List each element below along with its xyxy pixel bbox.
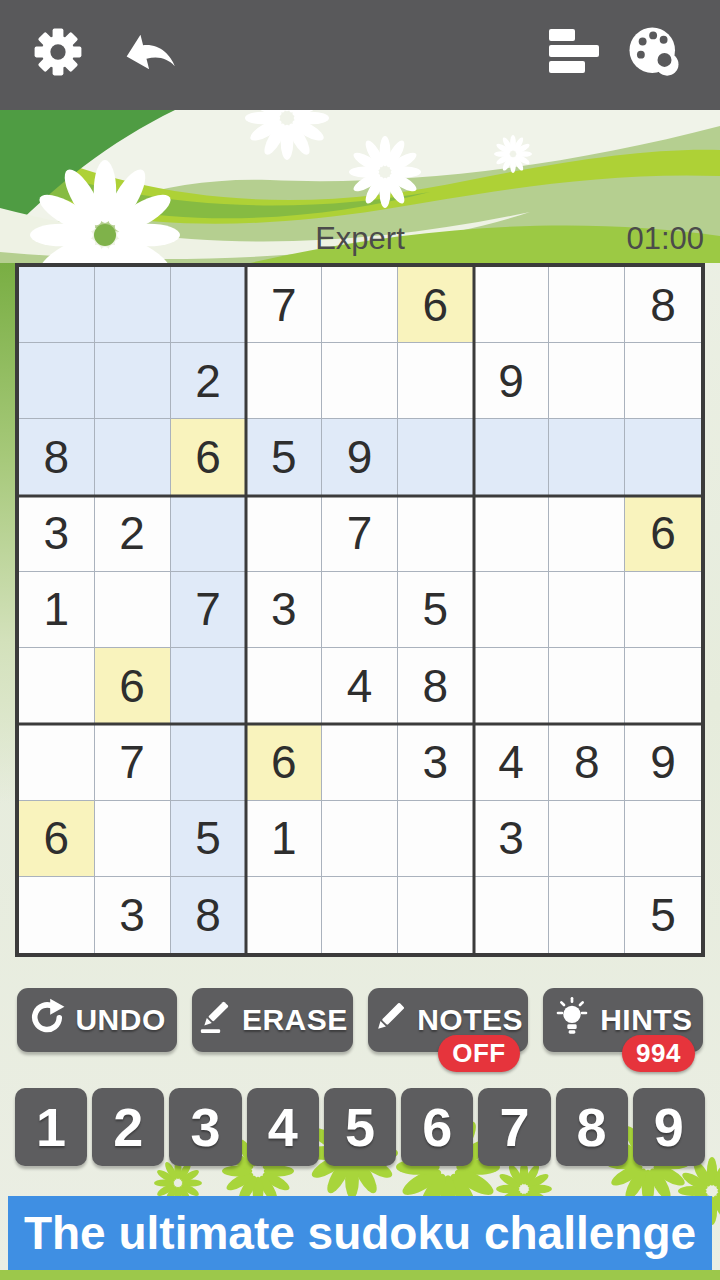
cell-r2c8[interactable] bbox=[549, 343, 625, 419]
theme-button[interactable] bbox=[624, 24, 684, 84]
cell-r3c2[interactable] bbox=[95, 419, 171, 495]
cell-r3c9[interactable] bbox=[625, 419, 701, 495]
cell-r8c5[interactable] bbox=[322, 801, 398, 877]
back-arrow-icon bbox=[120, 24, 176, 84]
cell-r4c3[interactable] bbox=[171, 496, 247, 572]
stats-bars-icon bbox=[547, 27, 601, 81]
cell-r9c6[interactable] bbox=[398, 877, 474, 953]
num-button-8[interactable]: 8 bbox=[556, 1088, 628, 1166]
palette-icon bbox=[626, 24, 682, 84]
undo-button[interactable]: UNDO bbox=[17, 988, 177, 1052]
cell-r3c6[interactable] bbox=[398, 419, 474, 495]
cell-r4c7[interactable] bbox=[474, 496, 550, 572]
cell-r6c6[interactable]: 8 bbox=[398, 648, 474, 724]
back-button[interactable] bbox=[118, 24, 178, 84]
cell-r8c2[interactable] bbox=[95, 801, 171, 877]
cell-r3c3[interactable]: 6 bbox=[171, 419, 247, 495]
action-button-row: UNDO ERASE bbox=[17, 988, 703, 1052]
timer: 01:00 bbox=[626, 221, 704, 257]
cell-r2c2[interactable] bbox=[95, 343, 171, 419]
cell-r1c4[interactable]: 7 bbox=[246, 267, 322, 343]
num-button-1[interactable]: 1 bbox=[15, 1088, 87, 1166]
erase-button[interactable]: ERASE bbox=[192, 988, 352, 1052]
cell-r2c9[interactable] bbox=[625, 343, 701, 419]
cell-r1c5[interactable] bbox=[322, 267, 398, 343]
settings-button[interactable] bbox=[28, 24, 88, 84]
cell-r4c1[interactable]: 3 bbox=[19, 496, 95, 572]
cell-r8c6[interactable] bbox=[398, 801, 474, 877]
cell-r6c4[interactable] bbox=[246, 648, 322, 724]
box-divider-vertical bbox=[245, 267, 248, 953]
hints-bulb-icon bbox=[553, 997, 591, 1044]
cell-r4c4[interactable] bbox=[246, 496, 322, 572]
hints-button[interactable]: HINTS 994 bbox=[543, 988, 703, 1052]
cell-r7c3[interactable] bbox=[171, 724, 247, 800]
cell-r5c7[interactable] bbox=[474, 572, 550, 648]
ad-banner[interactable]: The ultimate sudoku challenge bbox=[8, 1196, 712, 1270]
cell-r5c3[interactable]: 7 bbox=[171, 572, 247, 648]
cell-r3c5[interactable]: 9 bbox=[322, 419, 398, 495]
cell-r6c7[interactable] bbox=[474, 648, 550, 724]
cell-r2c1[interactable] bbox=[19, 343, 95, 419]
cell-r2c5[interactable] bbox=[322, 343, 398, 419]
cell-r4c5[interactable]: 7 bbox=[322, 496, 398, 572]
cell-r1c9[interactable]: 8 bbox=[625, 267, 701, 343]
difficulty-label: Expert bbox=[0, 221, 720, 257]
cell-r7c4[interactable]: 6 bbox=[246, 724, 322, 800]
cell-r2c7[interactable]: 9 bbox=[474, 343, 550, 419]
cell-r6c3[interactable] bbox=[171, 648, 247, 724]
cell-r5c5[interactable] bbox=[322, 572, 398, 648]
cell-r9c4[interactable] bbox=[246, 877, 322, 953]
erase-label: ERASE bbox=[242, 1003, 348, 1037]
cell-r3c8[interactable] bbox=[549, 419, 625, 495]
cell-r3c7[interactable] bbox=[474, 419, 550, 495]
sudoku-grid: 768298659327617356487634896513385 bbox=[15, 263, 705, 957]
cell-r7c7[interactable]: 4 bbox=[474, 724, 550, 800]
ad-banner-text: The ultimate sudoku challenge bbox=[24, 1206, 696, 1260]
cell-r7c5[interactable] bbox=[322, 724, 398, 800]
cell-r9c9[interactable]: 5 bbox=[625, 877, 701, 953]
erase-icon bbox=[197, 999, 233, 1042]
num-button-7[interactable]: 7 bbox=[478, 1088, 550, 1166]
num-button-3[interactable]: 3 bbox=[169, 1088, 241, 1166]
cell-r7c1[interactable] bbox=[19, 724, 95, 800]
cell-r1c1[interactable] bbox=[19, 267, 95, 343]
cell-r7c9[interactable]: 9 bbox=[625, 724, 701, 800]
bottom-strip-decoration bbox=[0, 1270, 720, 1280]
box-divider-vertical bbox=[472, 267, 475, 953]
cell-r4c2[interactable]: 2 bbox=[95, 496, 171, 572]
sudoku-app-screen: Expert 01:00 768298659327617356487634896… bbox=[0, 0, 720, 1280]
cell-r1c2[interactable] bbox=[95, 267, 171, 343]
cell-r5c6[interactable]: 5 bbox=[398, 572, 474, 648]
left-margin-decoration bbox=[0, 263, 15, 803]
toolbar bbox=[0, 0, 720, 110]
stats-button[interactable] bbox=[544, 24, 604, 84]
undo-icon bbox=[28, 998, 66, 1043]
cell-r8c3[interactable]: 5 bbox=[171, 801, 247, 877]
cell-r1c3[interactable] bbox=[171, 267, 247, 343]
cell-r5c1[interactable]: 1 bbox=[19, 572, 95, 648]
notes-label: NOTES bbox=[417, 1003, 523, 1037]
hints-count-badge: 994 bbox=[622, 1035, 695, 1072]
cell-r9c2[interactable]: 3 bbox=[95, 877, 171, 953]
cell-r7c8[interactable]: 8 bbox=[549, 724, 625, 800]
cell-r5c4[interactable]: 3 bbox=[246, 572, 322, 648]
box-divider-horizontal bbox=[19, 723, 701, 726]
cell-r8c8[interactable] bbox=[549, 801, 625, 877]
cell-r6c5[interactable]: 4 bbox=[322, 648, 398, 724]
cell-r2c4[interactable] bbox=[246, 343, 322, 419]
hints-label: HINTS bbox=[600, 1003, 693, 1037]
cell-r8c1[interactable]: 6 bbox=[19, 801, 95, 877]
num-button-6[interactable]: 6 bbox=[401, 1088, 473, 1166]
cell-r9c1[interactable] bbox=[19, 877, 95, 953]
cell-r4c6[interactable] bbox=[398, 496, 474, 572]
cell-r8c7[interactable]: 3 bbox=[474, 801, 550, 877]
cell-r6c9[interactable] bbox=[625, 648, 701, 724]
cell-r6c8[interactable] bbox=[549, 648, 625, 724]
num-button-2[interactable]: 2 bbox=[92, 1088, 164, 1166]
cell-r7c2[interactable]: 7 bbox=[95, 724, 171, 800]
notes-icon bbox=[372, 999, 408, 1042]
cell-r1c8[interactable] bbox=[549, 267, 625, 343]
cell-r6c2[interactable]: 6 bbox=[95, 648, 171, 724]
num-button-9[interactable]: 9 bbox=[633, 1088, 705, 1166]
cell-r9c8[interactable] bbox=[549, 877, 625, 953]
notes-off-badge: OFF bbox=[438, 1035, 520, 1072]
cell-r1c7[interactable] bbox=[474, 267, 550, 343]
cell-r2c6[interactable] bbox=[398, 343, 474, 419]
num-button-4[interactable]: 4 bbox=[247, 1088, 319, 1166]
cell-r9c5[interactable] bbox=[322, 877, 398, 953]
undo-label: UNDO bbox=[75, 1003, 165, 1037]
cell-r8c9[interactable] bbox=[625, 801, 701, 877]
cell-r5c8[interactable] bbox=[549, 572, 625, 648]
num-button-5[interactable]: 5 bbox=[324, 1088, 396, 1166]
cell-r3c1[interactable]: 8 bbox=[19, 419, 95, 495]
cell-r2c3[interactable]: 2 bbox=[171, 343, 247, 419]
notes-button[interactable]: NOTES OFF bbox=[368, 988, 528, 1052]
cell-r3c4[interactable]: 5 bbox=[246, 419, 322, 495]
cell-r5c9[interactable] bbox=[625, 572, 701, 648]
number-pad: 1 2 3 4 5 6 7 8 9 bbox=[15, 1088, 705, 1166]
cell-r9c3[interactable]: 8 bbox=[171, 877, 247, 953]
box-divider-horizontal bbox=[19, 494, 701, 497]
cell-r7c6[interactable]: 3 bbox=[398, 724, 474, 800]
cell-r5c2[interactable] bbox=[95, 572, 171, 648]
cell-r9c7[interactable] bbox=[474, 877, 550, 953]
cell-r1c6[interactable]: 6 bbox=[398, 267, 474, 343]
cell-r4c9[interactable]: 6 bbox=[625, 496, 701, 572]
gear-icon bbox=[31, 25, 85, 83]
cell-r8c4[interactable]: 1 bbox=[246, 801, 322, 877]
cell-r6c1[interactable] bbox=[19, 648, 95, 724]
cell-r4c8[interactable] bbox=[549, 496, 625, 572]
